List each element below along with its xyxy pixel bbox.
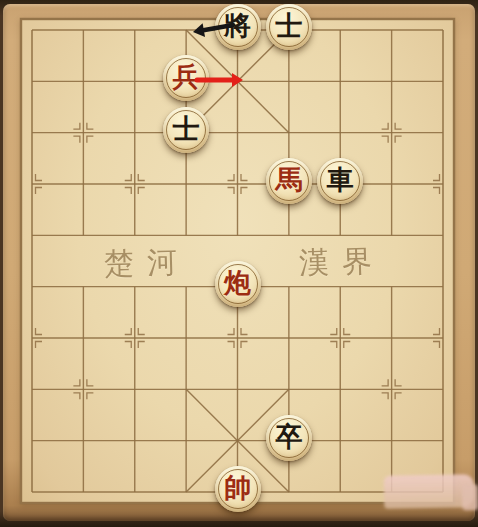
piece-character: 馬 [275, 157, 302, 203]
piece-black-卒[interactable]: 卒 [266, 415, 312, 461]
xiangqi-board[interactable]: 楚河 漢界 將士兵士馬車炮卒帥 [0, 0, 478, 527]
piece-character: 兵 [173, 54, 200, 100]
piece-character: 卒 [275, 414, 302, 460]
piece-black-士[interactable]: 士 [266, 4, 312, 50]
piece-character: 帥 [224, 465, 251, 511]
piece-black-將[interactable]: 將 [215, 4, 261, 50]
piece-red-馬[interactable]: 馬 [266, 158, 312, 204]
piece-character: 車 [327, 157, 354, 203]
piece-character: 士 [275, 3, 302, 49]
piece-character: 將 [224, 3, 251, 49]
piece-black-車[interactable]: 車 [317, 158, 363, 204]
piece-black-士[interactable]: 士 [163, 107, 209, 153]
piece-character: 炮 [224, 260, 251, 306]
piece-character: 士 [173, 106, 200, 152]
xiangqi-app-screenshot: 楚河 漢界 將士兵士馬車炮卒帥 [0, 0, 478, 527]
river-label-han-jie: 漢界 [299, 246, 386, 278]
piece-red-帥[interactable]: 帥 [215, 466, 261, 512]
river-label-chu-he: 楚河 [104, 247, 191, 279]
piece-red-炮[interactable]: 炮 [215, 261, 261, 307]
watermark-blur [384, 474, 475, 509]
